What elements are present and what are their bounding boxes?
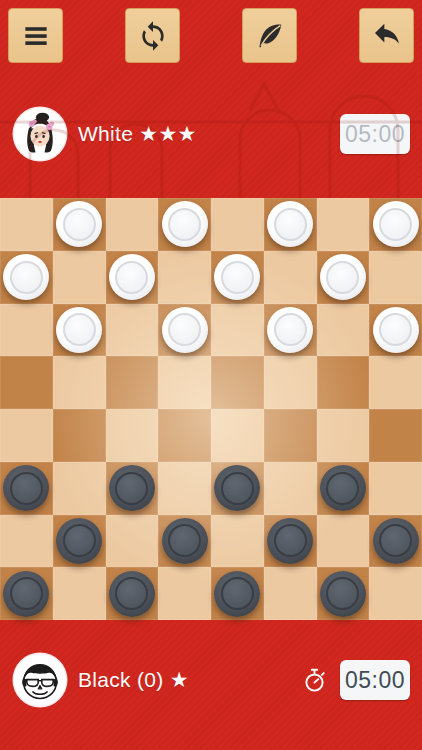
square-e3[interactable] xyxy=(211,462,264,515)
square-h7 xyxy=(369,251,422,304)
square-c7[interactable] xyxy=(106,251,159,304)
square-d5 xyxy=(158,356,211,409)
menu-button[interactable] xyxy=(8,8,63,63)
refresh-icon xyxy=(137,20,169,52)
black-piece[interactable] xyxy=(320,465,366,511)
square-a7[interactable] xyxy=(0,251,53,304)
square-h1 xyxy=(369,567,422,620)
black-piece[interactable] xyxy=(109,465,155,511)
white-piece[interactable] xyxy=(214,254,260,300)
square-b2[interactable] xyxy=(53,515,106,568)
square-g8 xyxy=(317,198,370,251)
square-g2 xyxy=(317,515,370,568)
black-player-avatar[interactable] xyxy=(14,654,66,706)
white-piece[interactable] xyxy=(56,201,102,247)
square-g4 xyxy=(317,409,370,462)
square-d6[interactable] xyxy=(158,304,211,357)
square-g5[interactable] xyxy=(317,356,370,409)
square-g7[interactable] xyxy=(317,251,370,304)
restart-button[interactable] xyxy=(125,8,180,63)
white-piece[interactable] xyxy=(162,201,208,247)
black-piece[interactable] xyxy=(162,518,208,564)
square-c5[interactable] xyxy=(106,356,159,409)
square-b6[interactable] xyxy=(53,304,106,357)
square-h2[interactable] xyxy=(369,515,422,568)
square-f2[interactable] xyxy=(264,515,317,568)
white-player-bar: White ★★★ 05:00 xyxy=(0,70,422,198)
square-h6[interactable] xyxy=(369,304,422,357)
square-g1[interactable] xyxy=(317,567,370,620)
black-player-name: Black (0) ★ xyxy=(78,668,189,692)
black-piece[interactable] xyxy=(267,518,313,564)
square-g3[interactable] xyxy=(317,462,370,515)
white-piece[interactable] xyxy=(320,254,366,300)
square-f8[interactable] xyxy=(264,198,317,251)
square-e2 xyxy=(211,515,264,568)
square-a2 xyxy=(0,515,53,568)
square-a5[interactable] xyxy=(0,356,53,409)
square-d8[interactable] xyxy=(158,198,211,251)
black-timer-value: 05:00 xyxy=(345,667,405,694)
square-c6 xyxy=(106,304,159,357)
black-piece[interactable] xyxy=(3,571,49,617)
undo-back-icon xyxy=(371,20,403,52)
square-f5 xyxy=(264,356,317,409)
girl-avatar-icon xyxy=(14,108,66,160)
square-b1 xyxy=(53,567,106,620)
white-piece[interactable] xyxy=(3,254,49,300)
square-b7 xyxy=(53,251,106,304)
square-f3 xyxy=(264,462,317,515)
black-piece[interactable] xyxy=(214,465,260,511)
square-d1 xyxy=(158,567,211,620)
square-f1 xyxy=(264,567,317,620)
square-d4[interactable] xyxy=(158,409,211,462)
square-d7 xyxy=(158,251,211,304)
toolbar xyxy=(0,0,422,70)
square-a4 xyxy=(0,409,53,462)
board xyxy=(0,198,422,620)
square-c4 xyxy=(106,409,159,462)
square-e7[interactable] xyxy=(211,251,264,304)
square-c2 xyxy=(106,515,159,568)
square-a6 xyxy=(0,304,53,357)
square-b8[interactable] xyxy=(53,198,106,251)
square-a3[interactable] xyxy=(0,462,53,515)
black-piece[interactable] xyxy=(320,571,366,617)
checkers-app: White ★★★ 05:00 Blac xyxy=(0,0,422,750)
white-player-avatar[interactable] xyxy=(14,108,66,160)
square-c8 xyxy=(106,198,159,251)
square-h5 xyxy=(369,356,422,409)
white-timer: 05:00 xyxy=(340,114,410,154)
square-d2[interactable] xyxy=(158,515,211,568)
white-player-name: White ★★★ xyxy=(78,122,197,146)
black-piece[interactable] xyxy=(56,518,102,564)
white-piece[interactable] xyxy=(267,307,313,353)
square-e1[interactable] xyxy=(211,567,264,620)
white-piece[interactable] xyxy=(267,201,313,247)
square-h8[interactable] xyxy=(369,198,422,251)
square-b5 xyxy=(53,356,106,409)
black-piece[interactable] xyxy=(214,571,260,617)
square-a1[interactable] xyxy=(0,567,53,620)
white-piece[interactable] xyxy=(373,307,419,353)
square-f4[interactable] xyxy=(264,409,317,462)
black-piece[interactable] xyxy=(109,571,155,617)
square-c1[interactable] xyxy=(106,567,159,620)
square-e5[interactable] xyxy=(211,356,264,409)
square-c3[interactable] xyxy=(106,462,159,515)
square-d3 xyxy=(158,462,211,515)
square-f6[interactable] xyxy=(264,304,317,357)
white-timer-value: 05:00 xyxy=(345,121,405,148)
square-h3 xyxy=(369,462,422,515)
white-piece[interactable] xyxy=(162,307,208,353)
square-b3 xyxy=(53,462,106,515)
black-player-bar: Black (0) ★ 05:00 xyxy=(0,620,422,750)
square-a8 xyxy=(0,198,53,251)
stopwatch-icon xyxy=(301,667,328,694)
square-e4 xyxy=(211,409,264,462)
black-timer: 05:00 xyxy=(340,660,410,700)
boy-glasses-avatar-icon xyxy=(14,654,66,706)
black-piece[interactable] xyxy=(373,518,419,564)
compose-button[interactable] xyxy=(242,8,297,63)
square-h4[interactable] xyxy=(369,409,422,462)
square-e6 xyxy=(211,304,264,357)
undo-button[interactable] xyxy=(359,8,414,63)
menu-icon xyxy=(20,20,52,52)
square-g6 xyxy=(317,304,370,357)
square-e8 xyxy=(211,198,264,251)
white-piece[interactable] xyxy=(373,201,419,247)
feather-icon xyxy=(254,20,286,52)
black-piece[interactable] xyxy=(3,465,49,511)
square-b4[interactable] xyxy=(53,409,106,462)
white-piece[interactable] xyxy=(56,307,102,353)
white-piece[interactable] xyxy=(109,254,155,300)
square-f7 xyxy=(264,251,317,304)
